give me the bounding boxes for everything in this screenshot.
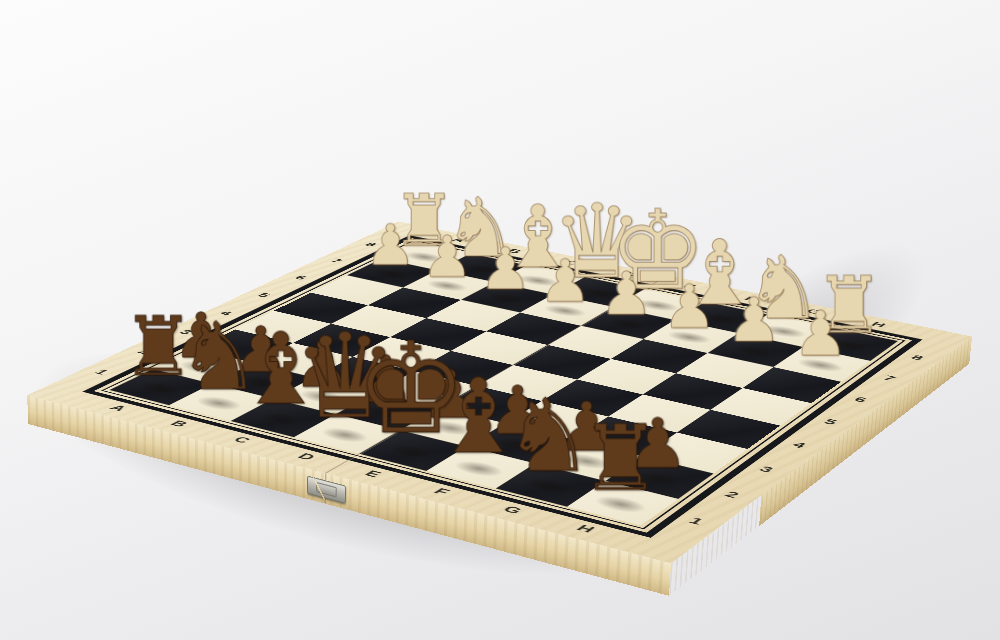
piece-white-pawn-b7[interactable]: ♟: [422, 228, 473, 285]
piece-white-pawn-d7[interactable]: ♟: [539, 252, 592, 311]
clasp-plate: [316, 482, 337, 498]
chess-board: ♜♞♝♛♚♝♞♜♟♟♟♟♟♟♟♟♟♟♟♟♟♟♟♟♜♞♝♛♚♝♞♜ AA11BB2…: [27, 221, 972, 563]
piece-white-pawn-a7[interactable]: ♟: [365, 217, 416, 274]
piece-white-pawn-e7[interactable]: ♟: [600, 264, 653, 324]
product-photo-scene: ♜♞♝♛♚♝♞♜♟♟♟♟♟♟♟♟♟♟♟♟♟♟♟♟♜♞♝♛♚♝♞♜ AA11BB2…: [0, 0, 1000, 640]
piece-white-pawn-g7[interactable]: ♟: [727, 290, 782, 351]
piece-white-pawn-h7[interactable]: ♟: [793, 303, 849, 365]
piece-white-pawn-c7[interactable]: ♟: [480, 240, 532, 298]
piece-brown-rook-h1[interactable]: ♜: [580, 413, 661, 504]
piece-white-pawn-f7[interactable]: ♟: [662, 277, 716, 337]
